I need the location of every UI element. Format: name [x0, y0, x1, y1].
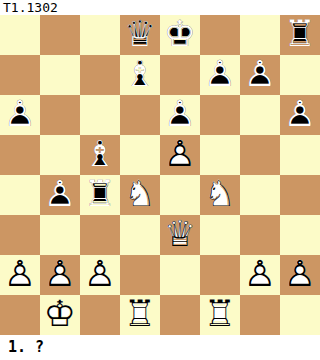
- square-d7[interactable]: ♝♗: [120, 55, 160, 95]
- piece-outline-layer: ♗: [120, 55, 160, 95]
- piece-outline-layer: ♘: [200, 175, 240, 215]
- move-prompt: 1. ?: [8, 337, 44, 357]
- square-d6[interactable]: [120, 95, 160, 135]
- square-a3[interactable]: [0, 215, 40, 255]
- piece-black-rook[interactable]: ♜♖: [80, 175, 120, 215]
- piece-outline-layer: ♙: [80, 255, 120, 295]
- square-e5[interactable]: ♟♙: [160, 135, 200, 175]
- square-f6[interactable]: [200, 95, 240, 135]
- square-b2[interactable]: ♟♙: [40, 255, 80, 295]
- piece-fill-layer: ♚: [40, 295, 80, 335]
- square-h2[interactable]: ♟♙: [280, 255, 320, 295]
- piece-fill-layer: ♜: [200, 295, 240, 335]
- square-e4[interactable]: [160, 175, 200, 215]
- square-c4[interactable]: ♜♖: [80, 175, 120, 215]
- square-e6[interactable]: ♟♙: [160, 95, 200, 135]
- piece-fill-layer: ♜: [80, 175, 120, 215]
- square-b4[interactable]: ♟♙: [40, 175, 80, 215]
- piece-fill-layer: ♟: [240, 55, 280, 95]
- piece-black-king[interactable]: ♚♔: [160, 15, 200, 55]
- square-d4[interactable]: ♞♘: [120, 175, 160, 215]
- piece-black-bishop[interactable]: ♝♗: [80, 135, 120, 175]
- square-e1[interactable]: [160, 295, 200, 335]
- square-g2[interactable]: ♟♙: [240, 255, 280, 295]
- square-h6[interactable]: ♟♙: [280, 95, 320, 135]
- square-c5[interactable]: ♝♗: [80, 135, 120, 175]
- piece-outline-layer: ♕: [120, 15, 160, 55]
- piece-fill-layer: ♟: [280, 95, 320, 135]
- piece-outline-layer: ♗: [80, 135, 120, 175]
- square-h7[interactable]: [280, 55, 320, 95]
- square-g1[interactable]: [240, 295, 280, 335]
- piece-black-pawn[interactable]: ♟♙: [40, 175, 80, 215]
- square-g7[interactable]: ♟♙: [240, 55, 280, 95]
- square-d3[interactable]: [120, 215, 160, 255]
- piece-white-pawn[interactable]: ♟♙: [160, 135, 200, 175]
- piece-white-knight[interactable]: ♞♘: [120, 175, 160, 215]
- piece-black-pawn[interactable]: ♟♙: [240, 55, 280, 95]
- square-f2[interactable]: [200, 255, 240, 295]
- piece-white-king[interactable]: ♚♔: [40, 295, 80, 335]
- piece-outline-layer: ♙: [0, 95, 40, 135]
- piece-outline-layer: ♙: [240, 55, 280, 95]
- square-a6[interactable]: ♟♙: [0, 95, 40, 135]
- piece-outline-layer: ♔: [160, 15, 200, 55]
- piece-white-rook[interactable]: ♜♖: [120, 295, 160, 335]
- square-g6[interactable]: [240, 95, 280, 135]
- piece-fill-layer: ♟: [160, 135, 200, 175]
- piece-outline-layer: ♙: [280, 255, 320, 295]
- piece-black-queen[interactable]: ♛♕: [120, 15, 160, 55]
- square-b6[interactable]: [40, 95, 80, 135]
- piece-fill-layer: ♟: [0, 255, 40, 295]
- piece-white-rook[interactable]: ♜♖: [200, 295, 240, 335]
- piece-outline-layer: ♔: [40, 295, 80, 335]
- chess-board: ♛♕♚♔♜♖♝♗♟♙♟♙♟♙♟♙♟♙♝♗♟♙♟♙♜♖♞♘♞♘♛♕♟♙♟♙♟♙♟♙…: [0, 15, 320, 335]
- square-h3[interactable]: [280, 215, 320, 255]
- piece-outline-layer: ♙: [160, 135, 200, 175]
- square-g3[interactable]: [240, 215, 280, 255]
- piece-black-rook[interactable]: ♜♖: [280, 15, 320, 55]
- square-a2[interactable]: ♟♙: [0, 255, 40, 295]
- square-e8[interactable]: ♚♔: [160, 15, 200, 55]
- square-e3[interactable]: ♛♕: [160, 215, 200, 255]
- square-d1[interactable]: ♜♖: [120, 295, 160, 335]
- piece-black-pawn[interactable]: ♟♙: [0, 95, 40, 135]
- piece-fill-layer: ♟: [40, 255, 80, 295]
- piece-fill-layer: ♜: [280, 15, 320, 55]
- piece-fill-layer: ♟: [40, 175, 80, 215]
- piece-white-knight[interactable]: ♞♘: [200, 175, 240, 215]
- square-a7[interactable]: [0, 55, 40, 95]
- piece-outline-layer: ♙: [40, 255, 80, 295]
- piece-outline-layer: ♕: [160, 215, 200, 255]
- square-b8[interactable]: [40, 15, 80, 55]
- square-h8[interactable]: ♜♖: [280, 15, 320, 55]
- piece-fill-layer: ♟: [0, 95, 40, 135]
- square-f4[interactable]: ♞♘: [200, 175, 240, 215]
- piece-fill-layer: ♟: [80, 255, 120, 295]
- piece-white-pawn[interactable]: ♟♙: [40, 255, 80, 295]
- piece-fill-layer: ♝: [120, 55, 160, 95]
- piece-outline-layer: ♖: [200, 295, 240, 335]
- piece-fill-layer: ♞: [120, 175, 160, 215]
- piece-white-pawn[interactable]: ♟♙: [80, 255, 120, 295]
- square-g5[interactable]: [240, 135, 280, 175]
- square-f3[interactable]: [200, 215, 240, 255]
- square-c6[interactable]: [80, 95, 120, 135]
- square-g8[interactable]: [240, 15, 280, 55]
- square-d8[interactable]: ♛♕: [120, 15, 160, 55]
- square-f1[interactable]: ♜♖: [200, 295, 240, 335]
- piece-fill-layer: ♞: [200, 175, 240, 215]
- piece-white-queen[interactable]: ♛♕: [160, 215, 200, 255]
- square-d5[interactable]: [120, 135, 160, 175]
- square-g4[interactable]: [240, 175, 280, 215]
- piece-outline-layer: ♙: [240, 255, 280, 295]
- piece-white-pawn[interactable]: ♟♙: [240, 255, 280, 295]
- square-c2[interactable]: ♟♙: [80, 255, 120, 295]
- piece-fill-layer: ♚: [160, 15, 200, 55]
- square-a4[interactable]: [0, 175, 40, 215]
- square-b7[interactable]: [40, 55, 80, 95]
- piece-white-pawn[interactable]: ♟♙: [280, 255, 320, 295]
- piece-black-pawn[interactable]: ♟♙: [160, 95, 200, 135]
- square-c7[interactable]: [80, 55, 120, 95]
- square-h1[interactable]: [280, 295, 320, 335]
- square-e2[interactable]: [160, 255, 200, 295]
- square-h4[interactable]: [280, 175, 320, 215]
- square-a8[interactable]: [0, 15, 40, 55]
- piece-outline-layer: ♙: [200, 55, 240, 95]
- square-c1[interactable]: [80, 295, 120, 335]
- piece-fill-layer: ♛: [120, 15, 160, 55]
- square-c3[interactable]: [80, 215, 120, 255]
- square-b1[interactable]: ♚♔: [40, 295, 80, 335]
- puzzle-title: T1.1302: [3, 0, 58, 15]
- piece-black-pawn[interactable]: ♟♙: [280, 95, 320, 135]
- piece-white-pawn[interactable]: ♟♙: [0, 255, 40, 295]
- piece-outline-layer: ♘: [120, 175, 160, 215]
- piece-outline-layer: ♖: [80, 175, 120, 215]
- piece-outline-layer: ♙: [40, 175, 80, 215]
- square-b3[interactable]: [40, 215, 80, 255]
- piece-fill-layer: ♜: [120, 295, 160, 335]
- piece-fill-layer: ♟: [280, 255, 320, 295]
- square-h5[interactable]: [280, 135, 320, 175]
- piece-fill-layer: ♝: [80, 135, 120, 175]
- piece-outline-layer: ♙: [160, 95, 200, 135]
- square-b5[interactable]: [40, 135, 80, 175]
- square-a1[interactable]: [0, 295, 40, 335]
- piece-black-pawn[interactable]: ♟♙: [200, 55, 240, 95]
- square-d2[interactable]: [120, 255, 160, 295]
- square-f5[interactable]: [200, 135, 240, 175]
- piece-outline-layer: ♙: [0, 255, 40, 295]
- square-f8[interactable]: [200, 15, 240, 55]
- piece-fill-layer: ♟: [200, 55, 240, 95]
- piece-outline-layer: ♖: [120, 295, 160, 335]
- piece-outline-layer: ♖: [280, 15, 320, 55]
- square-a5[interactable]: [0, 135, 40, 175]
- piece-fill-layer: ♛: [160, 215, 200, 255]
- piece-black-bishop[interactable]: ♝♗: [120, 55, 160, 95]
- square-f7[interactable]: ♟♙: [200, 55, 240, 95]
- piece-fill-layer: ♟: [160, 95, 200, 135]
- square-e7[interactable]: [160, 55, 200, 95]
- square-c8[interactable]: [80, 15, 120, 55]
- piece-outline-layer: ♙: [280, 95, 320, 135]
- piece-fill-layer: ♟: [240, 255, 280, 295]
